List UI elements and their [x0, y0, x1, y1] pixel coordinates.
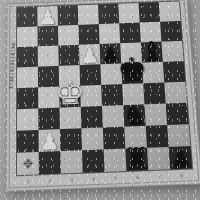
square-b5 — [38, 66, 59, 87]
square-a4 — [17, 87, 38, 109]
square-d7 — [78, 24, 99, 45]
square-e2 — [103, 127, 126, 150]
coordinate-label-8: 8 — [180, 173, 183, 179]
square-e8 — [98, 4, 119, 24]
square-f8 — [118, 3, 139, 23]
square-h7 — [160, 21, 182, 42]
square-b4 — [38, 87, 59, 109]
square-a3 — [17, 108, 38, 130]
square-f1 — [125, 148, 148, 171]
square-g2 — [146, 125, 169, 148]
square-d2 — [81, 127, 103, 150]
square-h6 — [161, 41, 183, 62]
square-h2 — [167, 124, 190, 147]
square-d3 — [81, 106, 103, 128]
square-g4 — [143, 83, 165, 105]
square-d4 — [80, 85, 102, 107]
coordinate-label-2: 2 — [48, 178, 51, 184]
square-g5 — [142, 62, 164, 83]
square-h4 — [164, 82, 187, 104]
square-g1 — [147, 147, 170, 170]
square-c2 — [60, 128, 82, 151]
square-a6 — [17, 46, 38, 67]
square-g7 — [140, 22, 162, 43]
coordinate-label-6: 6 — [136, 174, 139, 180]
square-e1 — [104, 149, 127, 172]
square-c6 — [58, 45, 79, 66]
square-h3 — [166, 103, 189, 125]
square-a7 — [17, 26, 38, 47]
square-f6 — [120, 42, 142, 63]
coordinate-label-5: 5 — [114, 175, 117, 181]
square-c8 — [58, 5, 79, 25]
chess-board: ✥♟♟♟♝♚♚♞♟♜♟ 12345678 — [5, 0, 200, 192]
square-g8 — [139, 2, 161, 22]
square-h5 — [163, 61, 185, 82]
square-e6 — [100, 43, 122, 64]
square-b1 — [39, 151, 61, 174]
square-h8 — [159, 1, 181, 21]
square-b3 — [38, 108, 60, 130]
square-a2 — [17, 130, 39, 153]
square-b2 — [38, 129, 60, 152]
square-c3 — [60, 107, 82, 129]
square-e7 — [99, 23, 120, 44]
square-e4 — [101, 84, 123, 106]
square-a8 — [17, 7, 37, 27]
photo-scene: ✥♟♟♟♝♚♚♞♟♜♟ 12345678 — [0, 0, 200, 200]
coordinate-label-3: 3 — [70, 177, 73, 183]
square-f2 — [124, 126, 147, 149]
square-d5 — [80, 64, 102, 85]
coordinate-label-1: 1 — [26, 178, 29, 184]
coordinate-label-4: 4 — [92, 176, 95, 182]
square-d1 — [82, 149, 105, 172]
square-c7 — [58, 25, 79, 46]
square-e3 — [102, 105, 124, 127]
square-b7 — [38, 26, 59, 47]
square-d8 — [78, 5, 99, 25]
coordinate-label-7: 7 — [158, 173, 161, 179]
square-d6 — [79, 44, 100, 65]
square-c4 — [59, 86, 81, 108]
square-c1 — [60, 150, 82, 173]
square-f4 — [122, 83, 144, 105]
squares: ✥♟♟♟♝♚♚♞♟♜♟ — [17, 1, 192, 175]
square-a5 — [17, 67, 38, 88]
square-b8 — [37, 6, 58, 26]
square-f7 — [119, 23, 141, 44]
square-f5 — [121, 63, 143, 84]
square-c5 — [59, 65, 80, 86]
left-edge-print — [9, 43, 15, 88]
square-e5 — [100, 63, 122, 84]
square-g3 — [144, 104, 167, 126]
square-b6 — [38, 46, 59, 67]
board-emblem: ✥ — [17, 152, 39, 175]
square-h1 — [169, 146, 192, 169]
square-g6 — [141, 42, 163, 63]
square-f3 — [123, 104, 145, 126]
